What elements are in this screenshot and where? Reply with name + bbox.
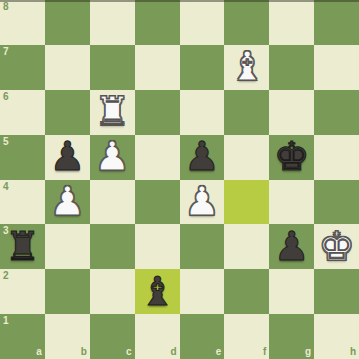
white-pawn[interactable]: ♟ <box>94 136 130 176</box>
white-pawn[interactable]: ♟ <box>49 181 85 221</box>
square-d1[interactable]: d <box>135 314 180 359</box>
rank-label-4: 4 <box>3 182 9 192</box>
square-d3[interactable] <box>135 224 180 269</box>
square-a7[interactable]: 7 <box>0 45 45 90</box>
square-a8[interactable]: 8 <box>0 0 45 45</box>
square-c1[interactable]: c <box>90 314 135 359</box>
square-g4[interactable] <box>269 180 314 225</box>
black-rook[interactable]: ♜ <box>5 226 41 266</box>
square-f2[interactable] <box>224 269 269 314</box>
square-d4[interactable] <box>135 180 180 225</box>
square-f6[interactable] <box>224 90 269 135</box>
square-e8[interactable] <box>180 0 225 45</box>
square-e4[interactable]: ♟ <box>180 180 225 225</box>
square-g2[interactable] <box>269 269 314 314</box>
file-label-g: g <box>305 347 311 357</box>
square-h5[interactable] <box>314 135 359 180</box>
white-king[interactable]: ♚ <box>319 226 355 266</box>
square-b7[interactable] <box>45 45 90 90</box>
square-a5[interactable]: 5 <box>0 135 45 180</box>
square-a6[interactable]: 6 <box>0 90 45 135</box>
square-d8[interactable] <box>135 0 180 45</box>
square-f4[interactable] <box>224 180 269 225</box>
file-label-b: b <box>81 347 87 357</box>
square-e2[interactable] <box>180 269 225 314</box>
square-d5[interactable] <box>135 135 180 180</box>
square-d2[interactable]: ♝ <box>135 269 180 314</box>
square-f3[interactable] <box>224 224 269 269</box>
square-a1[interactable]: 1a <box>0 314 45 359</box>
black-pawn[interactable]: ♟ <box>49 136 85 176</box>
square-e1[interactable]: e <box>180 314 225 359</box>
square-b8[interactable] <box>45 0 90 45</box>
white-rook[interactable]: ♜ <box>94 91 130 131</box>
square-d7[interactable] <box>135 45 180 90</box>
square-f8[interactable] <box>224 0 269 45</box>
square-a2[interactable]: 2 <box>0 269 45 314</box>
square-a3[interactable]: 3♜ <box>0 224 45 269</box>
square-g3[interactable]: ♟ <box>269 224 314 269</box>
square-g8[interactable] <box>269 0 314 45</box>
black-pawn[interactable]: ♟ <box>274 226 310 266</box>
black-king[interactable]: ♚ <box>274 136 310 176</box>
square-b5[interactable]: ♟ <box>45 135 90 180</box>
square-b3[interactable] <box>45 224 90 269</box>
square-c5[interactable]: ♟ <box>90 135 135 180</box>
square-a4[interactable]: 4 <box>0 180 45 225</box>
chess-board: 87♝6♜5♟♟♟♚4♟♟3♜♟♚2♝1abcdefgh <box>0 0 359 359</box>
square-c7[interactable] <box>90 45 135 90</box>
square-d6[interactable] <box>135 90 180 135</box>
square-g7[interactable] <box>269 45 314 90</box>
square-c6[interactable]: ♜ <box>90 90 135 135</box>
file-label-h: h <box>350 347 356 357</box>
square-c4[interactable] <box>90 180 135 225</box>
file-label-e: e <box>216 347 222 357</box>
file-label-d: d <box>170 347 176 357</box>
square-c2[interactable] <box>90 269 135 314</box>
rank-label-7: 7 <box>3 47 9 57</box>
square-g5[interactable]: ♚ <box>269 135 314 180</box>
square-h6[interactable] <box>314 90 359 135</box>
square-c8[interactable] <box>90 0 135 45</box>
square-b2[interactable] <box>45 269 90 314</box>
white-bishop[interactable]: ♝ <box>229 46 265 86</box>
square-g6[interactable] <box>269 90 314 135</box>
file-label-f: f <box>263 347 266 357</box>
chess-board-container: 87♝6♜5♟♟♟♚4♟♟3♜♟♚2♝1abcdefgh <box>0 0 359 359</box>
square-b1[interactable]: b <box>45 314 90 359</box>
square-e5[interactable]: ♟ <box>180 135 225 180</box>
square-h3[interactable]: ♚ <box>314 224 359 269</box>
rank-label-8: 8 <box>3 2 9 12</box>
black-bishop[interactable]: ♝ <box>139 271 175 311</box>
square-h4[interactable] <box>314 180 359 225</box>
square-f5[interactable] <box>224 135 269 180</box>
rank-label-5: 5 <box>3 137 9 147</box>
white-pawn[interactable]: ♟ <box>184 181 220 221</box>
square-e6[interactable] <box>180 90 225 135</box>
square-e3[interactable] <box>180 224 225 269</box>
square-f7[interactable]: ♝ <box>224 45 269 90</box>
square-f1[interactable]: f <box>224 314 269 359</box>
file-label-c: c <box>126 347 132 357</box>
square-h1[interactable]: h <box>314 314 359 359</box>
black-pawn[interactable]: ♟ <box>184 136 220 176</box>
rank-label-6: 6 <box>3 92 9 102</box>
square-b4[interactable]: ♟ <box>45 180 90 225</box>
square-g1[interactable]: g <box>269 314 314 359</box>
rank-label-1: 1 <box>3 316 9 326</box>
square-e7[interactable] <box>180 45 225 90</box>
square-h7[interactable] <box>314 45 359 90</box>
square-b6[interactable] <box>45 90 90 135</box>
square-h2[interactable] <box>314 269 359 314</box>
square-h8[interactable] <box>314 0 359 45</box>
file-label-a: a <box>36 347 42 357</box>
square-c3[interactable] <box>90 224 135 269</box>
rank-label-2: 2 <box>3 271 9 281</box>
